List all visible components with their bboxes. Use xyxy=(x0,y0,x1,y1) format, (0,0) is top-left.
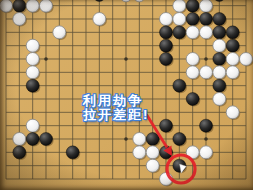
white-stone-14-9 xyxy=(186,52,199,65)
black-stone-2-15 xyxy=(26,132,39,145)
black-stone-1-5 xyxy=(13,0,26,12)
white-stone-11-17 xyxy=(146,159,159,172)
black-stone-13-15 xyxy=(173,132,186,145)
black-stone-3-15 xyxy=(39,132,52,145)
star-point xyxy=(44,57,48,61)
star-point xyxy=(204,137,208,141)
white-stone-16-12 xyxy=(213,92,226,105)
black-stone-11-15 xyxy=(146,132,159,145)
white-stone-11-16 xyxy=(146,146,159,159)
white-stone-15-16 xyxy=(199,146,212,159)
black-stone-5-16 xyxy=(66,146,79,159)
black-stone-13-11 xyxy=(173,79,186,92)
white-stone-17-9 xyxy=(226,52,239,65)
partial-stone-white xyxy=(133,0,145,2)
black-stone-12-9 xyxy=(159,52,172,65)
white-stone-14-7 xyxy=(186,26,199,39)
black-stone-16-11 xyxy=(213,79,226,92)
white-stone-16-10 xyxy=(213,66,226,79)
partial-stone-black xyxy=(213,0,225,2)
white-stone-18-9 xyxy=(239,52,252,65)
annotation-line-2: 拉开差距! xyxy=(83,108,149,122)
white-stone-17-13 xyxy=(226,106,239,119)
white-stone-0-5 xyxy=(0,0,13,12)
annotation-text: 利用劫争 拉开差距! xyxy=(83,94,149,122)
black-stone-12-7 xyxy=(159,26,172,39)
black-stone-16-6 xyxy=(213,12,226,25)
white-stone-10-15 xyxy=(133,132,146,145)
white-stone-4-7 xyxy=(53,26,66,39)
star-point xyxy=(124,137,128,141)
white-stone-10-16 xyxy=(133,146,146,159)
annotation-line-1: 利用劫争 xyxy=(83,94,149,108)
partial-stone-black xyxy=(93,0,105,2)
white-stone-1-15 xyxy=(13,132,26,145)
black-stone-2-11 xyxy=(26,79,39,92)
white-stone-3-5 xyxy=(39,0,52,12)
star-point xyxy=(124,57,128,61)
black-stone-16-9 xyxy=(213,52,226,65)
black-stone-15-14 xyxy=(199,119,212,132)
black-stone-14-5 xyxy=(186,0,199,12)
white-stone-15-7 xyxy=(199,26,212,39)
black-stone-14-12 xyxy=(186,92,199,105)
black-stone-17-7 xyxy=(226,26,239,39)
white-stone-12-6 xyxy=(159,12,172,25)
white-stone-2-5 xyxy=(26,0,39,12)
white-stone-13-6 xyxy=(173,12,186,25)
go-game-screenshot: 利用劫争 拉开差距! xyxy=(0,0,253,190)
black-stone-13-7 xyxy=(173,26,186,39)
black-stone-12-8 xyxy=(159,39,172,52)
black-stone-15-6 xyxy=(199,12,212,25)
white-stone-14-10 xyxy=(186,66,199,79)
black-stone-1-16 xyxy=(13,146,26,159)
star-point xyxy=(204,57,208,61)
white-stone-2-8 xyxy=(26,39,39,52)
black-stone-16-7 xyxy=(213,26,226,39)
white-stone-1-6 xyxy=(13,12,26,25)
white-stone-7-6 xyxy=(93,12,106,25)
white-stone-13-5 xyxy=(173,0,186,12)
black-stone-12-14 xyxy=(159,119,172,132)
white-stone-2-9 xyxy=(26,52,39,65)
white-stone-2-14 xyxy=(26,119,39,132)
partial-stone-white xyxy=(120,0,132,2)
white-stone-15-5 xyxy=(199,0,212,12)
white-stone-16-8 xyxy=(213,39,226,52)
white-stone-2-10 xyxy=(26,66,39,79)
black-stone-14-6 xyxy=(186,12,199,25)
white-stone-15-10 xyxy=(199,66,212,79)
white-stone-17-10 xyxy=(226,66,239,79)
black-stone-17-8 xyxy=(226,39,239,52)
